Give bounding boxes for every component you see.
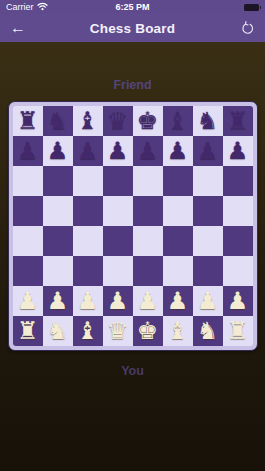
black-pawn: ♟ [197, 136, 219, 166]
square-c5[interactable] [73, 196, 103, 226]
black-knight: ♞ [197, 106, 219, 136]
square-g1[interactable]: ♞ [193, 316, 223, 346]
square-h4[interactable] [223, 226, 253, 256]
white-knight: ♞ [197, 316, 219, 346]
square-f8[interactable]: ♝ [163, 106, 193, 136]
square-c3[interactable] [73, 256, 103, 286]
white-pawn: ♟ [167, 286, 189, 316]
navigation-bar: ← Chess Board [0, 14, 265, 42]
square-b1[interactable]: ♞ [43, 316, 73, 346]
battery-icon [244, 4, 259, 11]
black-rook: ♜ [227, 106, 249, 136]
refresh-button[interactable] [231, 21, 255, 36]
square-g3[interactable] [193, 256, 223, 286]
square-e6[interactable] [133, 166, 163, 196]
square-f2[interactable]: ♟ [163, 286, 193, 316]
square-c2[interactable]: ♟ [73, 286, 103, 316]
square-b3[interactable] [43, 256, 73, 286]
square-d4[interactable] [103, 226, 133, 256]
black-queen: ♛ [107, 106, 129, 136]
square-d8[interactable]: ♛ [103, 106, 133, 136]
square-d5[interactable] [103, 196, 133, 226]
white-pawn: ♟ [197, 286, 219, 316]
square-c8[interactable]: ♝ [73, 106, 103, 136]
white-rook: ♜ [227, 316, 249, 346]
square-h8[interactable]: ♜ [223, 106, 253, 136]
white-king: ♚ [137, 316, 159, 346]
square-a5[interactable] [13, 196, 43, 226]
square-g4[interactable] [193, 226, 223, 256]
square-e5[interactable] [133, 196, 163, 226]
square-c1[interactable]: ♝ [73, 316, 103, 346]
square-f5[interactable] [163, 196, 193, 226]
black-pawn: ♟ [137, 136, 159, 166]
square-g5[interactable] [193, 196, 223, 226]
square-b6[interactable] [43, 166, 73, 196]
square-d7[interactable]: ♟ [103, 136, 133, 166]
square-d3[interactable] [103, 256, 133, 286]
square-f6[interactable] [163, 166, 193, 196]
square-f7[interactable]: ♟ [163, 136, 193, 166]
square-g6[interactable] [193, 166, 223, 196]
white-pawn: ♟ [227, 286, 249, 316]
black-rook: ♜ [17, 106, 39, 136]
white-pawn: ♟ [107, 286, 129, 316]
square-a1[interactable]: ♜ [13, 316, 43, 346]
square-a2[interactable]: ♟ [13, 286, 43, 316]
white-pawn: ♟ [137, 286, 159, 316]
black-bishop: ♝ [167, 106, 189, 136]
square-d2[interactable]: ♟ [103, 286, 133, 316]
square-b8[interactable]: ♞ [43, 106, 73, 136]
square-g7[interactable]: ♟ [193, 136, 223, 166]
square-e4[interactable] [133, 226, 163, 256]
square-a4[interactable] [13, 226, 43, 256]
square-a7[interactable]: ♟ [13, 136, 43, 166]
square-g2[interactable]: ♟ [193, 286, 223, 316]
player-label: You [0, 364, 265, 378]
black-pawn: ♟ [77, 136, 99, 166]
square-g8[interactable]: ♞ [193, 106, 223, 136]
square-a3[interactable] [13, 256, 43, 286]
square-h1[interactable]: ♜ [223, 316, 253, 346]
square-d6[interactable] [103, 166, 133, 196]
clock-time: 6:25 PM [0, 2, 265, 12]
square-e1[interactable]: ♚ [133, 316, 163, 346]
chess-board-frame: ♜♞♝♛♚♝♞♜♟♟♟♟♟♟♟♟♟♟♟♟♟♟♟♟♜♞♝♛♚♝♞♜ [8, 101, 258, 351]
black-pawn: ♟ [17, 136, 39, 166]
page-title: Chess Board [0, 21, 265, 36]
white-rook: ♜ [17, 316, 39, 346]
square-a8[interactable]: ♜ [13, 106, 43, 136]
square-b7[interactable]: ♟ [43, 136, 73, 166]
square-a6[interactable] [13, 166, 43, 196]
white-pawn: ♟ [17, 286, 39, 316]
app-screen: Carrier 6:25 PM ← Chess Board Friend [0, 0, 265, 471]
chess-board: ♜♞♝♛♚♝♞♜♟♟♟♟♟♟♟♟♟♟♟♟♟♟♟♟♜♞♝♛♚♝♞♜ [13, 106, 253, 346]
square-h6[interactable] [223, 166, 253, 196]
white-pawn: ♟ [77, 286, 99, 316]
black-pawn: ♟ [107, 136, 129, 166]
white-pawn: ♟ [47, 286, 69, 316]
square-c7[interactable]: ♟ [73, 136, 103, 166]
white-bishop: ♝ [167, 316, 189, 346]
square-f4[interactable] [163, 226, 193, 256]
square-h2[interactable]: ♟ [223, 286, 253, 316]
square-e8[interactable]: ♚ [133, 106, 163, 136]
square-e7[interactable]: ♟ [133, 136, 163, 166]
white-bishop: ♝ [77, 316, 99, 346]
black-pawn: ♟ [167, 136, 189, 166]
square-d1[interactable]: ♛ [103, 316, 133, 346]
square-b2[interactable]: ♟ [43, 286, 73, 316]
square-h7[interactable]: ♟ [223, 136, 253, 166]
status-bar: Carrier 6:25 PM [0, 0, 265, 14]
black-pawn: ♟ [47, 136, 69, 166]
square-e3[interactable] [133, 256, 163, 286]
opponent-label: Friend [0, 78, 265, 92]
back-button[interactable]: ← [10, 20, 34, 36]
black-bishop: ♝ [77, 106, 99, 136]
black-knight: ♞ [47, 106, 69, 136]
square-f3[interactable] [163, 256, 193, 286]
square-f1[interactable]: ♝ [163, 316, 193, 346]
square-c4[interactable] [73, 226, 103, 256]
square-h5[interactable] [223, 196, 253, 226]
square-e2[interactable]: ♟ [133, 286, 163, 316]
square-b5[interactable] [43, 196, 73, 226]
white-knight: ♞ [47, 316, 69, 346]
black-king: ♚ [137, 106, 159, 136]
white-queen: ♛ [107, 316, 129, 346]
black-pawn: ♟ [227, 136, 249, 166]
square-h3[interactable] [223, 256, 253, 286]
square-c6[interactable] [73, 166, 103, 196]
square-b4[interactable] [43, 226, 73, 256]
